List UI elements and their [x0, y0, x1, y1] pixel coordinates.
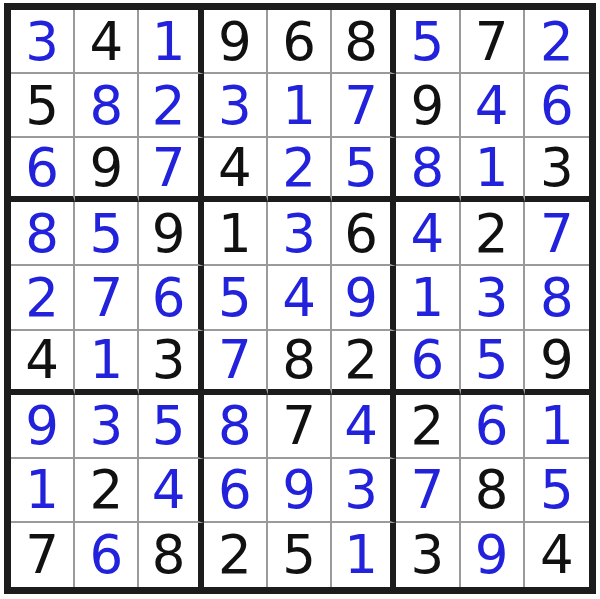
cell-r7c9[interactable]: 1: [525, 395, 589, 459]
cell-digit: 1: [344, 528, 378, 581]
cell-digit: 9: [411, 79, 445, 132]
cell-r3c8[interactable]: 1: [461, 138, 525, 202]
cell-r5c7[interactable]: 1: [396, 266, 460, 330]
cell-r1c9[interactable]: 2: [525, 10, 589, 74]
cell-r5c3[interactable]: 6: [139, 266, 203, 330]
cell-digit: 8: [282, 333, 316, 386]
cell-r4c1[interactable]: 8: [11, 202, 75, 266]
cell-r9c3[interactable]: 8: [139, 523, 203, 587]
cell-digit: 4: [282, 271, 316, 324]
cell-digit: 6: [152, 271, 186, 324]
cell-r1c8[interactable]: 7: [461, 10, 525, 74]
cell-digit: 3: [411, 528, 445, 581]
cell-r4c2[interactable]: 5: [75, 202, 139, 266]
cell-digit: 1: [89, 333, 123, 386]
cell-r9c6[interactable]: 1: [332, 523, 396, 587]
cell-digit: 7: [344, 79, 378, 132]
cell-r5c6[interactable]: 9: [332, 266, 396, 330]
cell-digit: 4: [475, 79, 509, 132]
cell-r2c9[interactable]: 6: [525, 74, 589, 138]
cell-digit: 8: [152, 528, 186, 581]
cell-r6c3[interactable]: 3: [139, 331, 203, 395]
cell-r7c6[interactable]: 4: [332, 395, 396, 459]
cell-r5c2[interactable]: 7: [75, 266, 139, 330]
cell-r5c1[interactable]: 2: [11, 266, 75, 330]
cell-digit: 6: [411, 333, 445, 386]
cell-r3c9[interactable]: 3: [525, 138, 589, 202]
cell-digit: 2: [89, 463, 123, 516]
cell-r5c4[interactable]: 5: [204, 266, 268, 330]
cell-digit: 5: [89, 207, 123, 260]
cell-r6c4[interactable]: 7: [204, 331, 268, 395]
cell-r4c4[interactable]: 1: [204, 202, 268, 266]
cell-digit: 7: [475, 15, 509, 68]
cell-digit: 9: [475, 528, 509, 581]
cell-digit: 4: [89, 15, 123, 68]
cell-digit: 4: [344, 399, 378, 452]
cell-r5c8[interactable]: 3: [461, 266, 525, 330]
cell-digit: 3: [218, 79, 252, 132]
cell-digit: 8: [411, 141, 445, 194]
cell-digit: 4: [540, 528, 574, 581]
cell-digit: 3: [25, 15, 59, 68]
cell-digit: 8: [89, 79, 123, 132]
cell-r8c6[interactable]: 3: [332, 459, 396, 523]
cell-digit: 1: [282, 79, 316, 132]
cell-digit: 3: [282, 207, 316, 260]
cell-r1c4[interactable]: 9: [204, 10, 268, 74]
cell-r9c2[interactable]: 6: [75, 523, 139, 587]
cell-r6c5[interactable]: 8: [268, 331, 332, 395]
cell-r2c4[interactable]: 3: [204, 74, 268, 138]
cell-digit: 9: [344, 271, 378, 324]
cell-digit: 2: [411, 399, 445, 452]
cell-digit: 2: [475, 207, 509, 260]
cell-digit: 6: [344, 207, 378, 260]
cell-digit: 2: [218, 528, 252, 581]
cell-digit: 2: [540, 15, 574, 68]
cell-r1c3[interactable]: 1: [139, 10, 203, 74]
cell-digit: 9: [282, 463, 316, 516]
cell-digit: 6: [89, 528, 123, 581]
cell-r3c3[interactable]: 7: [139, 138, 203, 202]
cell-digit: 8: [218, 399, 252, 452]
cell-r3c4[interactable]: 4: [204, 138, 268, 202]
cell-digit: 7: [540, 207, 574, 260]
cell-r3c7[interactable]: 8: [396, 138, 460, 202]
cell-digit: 5: [282, 528, 316, 581]
cell-digit: 3: [89, 399, 123, 452]
cell-r6c1[interactable]: 4: [11, 331, 75, 395]
cell-digit: 1: [475, 141, 509, 194]
cell-digit: 4: [152, 463, 186, 516]
cell-r9c5[interactable]: 5: [268, 523, 332, 587]
cell-r9c1[interactable]: 7: [11, 523, 75, 587]
cell-r1c7[interactable]: 5: [396, 10, 460, 74]
cell-r4c6[interactable]: 6: [332, 202, 396, 266]
cell-r6c6[interactable]: 2: [332, 331, 396, 395]
cell-r9c4[interactable]: 2: [204, 523, 268, 587]
cell-r2c6[interactable]: 7: [332, 74, 396, 138]
cell-digit: 9: [540, 333, 574, 386]
cell-r9c9[interactable]: 4: [525, 523, 589, 587]
cell-digit: 6: [25, 141, 59, 194]
cell-digit: 6: [475, 399, 509, 452]
cell-r3c2[interactable]: 9: [75, 138, 139, 202]
sudoku-board: 3419685725823179466974258138591364272765…: [4, 3, 596, 594]
cell-r8c9[interactable]: 5: [525, 459, 589, 523]
cell-r2c3[interactable]: 2: [139, 74, 203, 138]
cell-digit: 8: [344, 15, 378, 68]
cell-r4c9[interactable]: 7: [525, 202, 589, 266]
cell-r9c8[interactable]: 9: [461, 523, 525, 587]
cell-digit: 5: [411, 15, 445, 68]
cell-r1c5[interactable]: 6: [268, 10, 332, 74]
cell-r3c6[interactable]: 5: [332, 138, 396, 202]
cell-r8c7[interactable]: 7: [396, 459, 460, 523]
cell-r7c1[interactable]: 9: [11, 395, 75, 459]
cell-digit: 7: [89, 271, 123, 324]
cell-digit: 3: [475, 271, 509, 324]
cell-digit: 4: [25, 333, 59, 386]
cell-digit: 3: [344, 463, 378, 516]
cell-digit: 7: [152, 141, 186, 194]
cell-digit: 5: [218, 271, 252, 324]
cell-r9c7[interactable]: 3: [396, 523, 460, 587]
cell-r4c3[interactable]: 9: [139, 202, 203, 266]
cell-r2c5[interactable]: 1: [268, 74, 332, 138]
cell-r8c4[interactable]: 6: [204, 459, 268, 523]
cell-r1c6[interactable]: 8: [332, 10, 396, 74]
cell-digit: 1: [218, 207, 252, 260]
cell-r8c8[interactable]: 8: [461, 459, 525, 523]
cell-r6c9[interactable]: 9: [525, 331, 589, 395]
cell-r3c5[interactable]: 2: [268, 138, 332, 202]
cell-digit: 8: [540, 271, 574, 324]
cell-r2c2[interactable]: 8: [75, 74, 139, 138]
cell-digit: 5: [152, 399, 186, 452]
cell-digit: 5: [25, 79, 59, 132]
cell-digit: 8: [475, 463, 509, 516]
cell-r2c8[interactable]: 4: [461, 74, 525, 138]
cell-digit: 7: [218, 333, 252, 386]
cell-r2c7[interactable]: 9: [396, 74, 460, 138]
cell-digit: 5: [344, 141, 378, 194]
cell-digit: 6: [218, 463, 252, 516]
cell-digit: 9: [89, 141, 123, 194]
cell-digit: 2: [25, 271, 59, 324]
cell-r6c7[interactable]: 6: [396, 331, 460, 395]
cell-digit: 3: [152, 333, 186, 386]
cell-r4c5[interactable]: 3: [268, 202, 332, 266]
cell-digit: 5: [540, 463, 574, 516]
cell-r7c3[interactable]: 5: [139, 395, 203, 459]
cell-digit: 9: [25, 399, 59, 452]
cell-r4c7[interactable]: 4: [396, 202, 460, 266]
cell-r7c4[interactable]: 8: [204, 395, 268, 459]
cell-r8c1[interactable]: 1: [11, 459, 75, 523]
cell-digit: 2: [282, 141, 316, 194]
cell-r7c2[interactable]: 3: [75, 395, 139, 459]
cell-digit: 7: [411, 463, 445, 516]
cell-r6c8[interactable]: 5: [461, 331, 525, 395]
cell-r7c5[interactable]: 7: [268, 395, 332, 459]
cell-digit: 7: [25, 528, 59, 581]
cell-digit: 7: [282, 399, 316, 452]
cell-r7c7[interactable]: 2: [396, 395, 460, 459]
cell-r7c8[interactable]: 6: [461, 395, 525, 459]
cell-digit: 2: [152, 79, 186, 132]
cell-digit: 2: [344, 333, 378, 386]
cell-digit: 6: [540, 79, 574, 132]
cell-digit: 9: [152, 207, 186, 260]
cell-r8c3[interactable]: 4: [139, 459, 203, 523]
cell-r8c5[interactable]: 9: [268, 459, 332, 523]
cell-digit: 5: [475, 333, 509, 386]
cell-digit: 1: [411, 271, 445, 324]
cell-r5c5[interactable]: 4: [268, 266, 332, 330]
cell-digit: 4: [218, 141, 252, 194]
cell-r6c2[interactable]: 1: [75, 331, 139, 395]
cell-digit: 9: [218, 15, 252, 68]
cell-r4c8[interactable]: 2: [461, 202, 525, 266]
cell-digit: 6: [282, 15, 316, 68]
cell-r5c9[interactable]: 8: [525, 266, 589, 330]
cell-r1c1[interactable]: 3: [11, 10, 75, 74]
cell-r8c2[interactable]: 2: [75, 459, 139, 523]
cell-r3c1[interactable]: 6: [11, 138, 75, 202]
cell-digit: 4: [411, 207, 445, 260]
cell-digit: 1: [152, 15, 186, 68]
cell-r1c2[interactable]: 4: [75, 10, 139, 74]
cell-digit: 3: [540, 141, 574, 194]
cell-digit: 1: [540, 399, 574, 452]
cell-digit: 1: [25, 463, 59, 516]
cell-r2c1[interactable]: 5: [11, 74, 75, 138]
cell-digit: 8: [25, 207, 59, 260]
